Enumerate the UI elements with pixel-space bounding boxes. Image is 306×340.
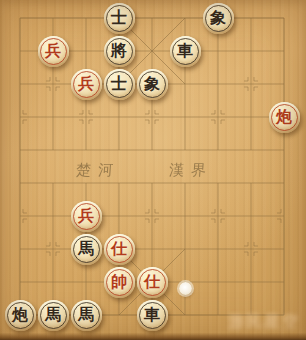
- piece-black-chariot[interactable]: 車: [170, 36, 201, 67]
- pieces-layer: 士象兵將車兵士象炮兵馬仕帥仕炮馬馬車: [0, 0, 306, 340]
- board-bottom-edge: [0, 333, 306, 340]
- piece-black-cannon[interactable]: 炮: [5, 300, 36, 331]
- piece-character: 炮: [5, 300, 36, 331]
- piece-character: 帥: [104, 267, 135, 298]
- piece-character: 車: [137, 300, 168, 331]
- piece-character: 兵: [38, 36, 69, 67]
- xiangqi-board[interactable]: 楚河 漢界 士象兵將車兵士象炮兵馬仕帥仕炮馬馬車 游民星空: [0, 0, 306, 340]
- piece-character: 象: [137, 69, 168, 100]
- piece-black-horse[interactable]: 馬: [38, 300, 69, 331]
- piece-character: 士: [104, 69, 135, 100]
- piece-black-advisor[interactable]: 士: [104, 69, 135, 100]
- piece-red-soldier[interactable]: 兵: [38, 36, 69, 67]
- piece-character: 炮: [269, 102, 300, 133]
- piece-black-general[interactable]: 將: [104, 36, 135, 67]
- piece-character: 士: [104, 3, 135, 34]
- piece-character: 車: [170, 36, 201, 67]
- piece-character: 仕: [137, 267, 168, 298]
- piece-red-soldier[interactable]: 兵: [71, 69, 102, 100]
- piece-character: 象: [203, 3, 234, 34]
- piece-red-advisor[interactable]: 仕: [104, 234, 135, 265]
- piece-black-elephant[interactable]: 象: [203, 3, 234, 34]
- piece-black-chariot[interactable]: 車: [137, 300, 168, 331]
- piece-character: 馬: [38, 300, 69, 331]
- piece-black-horse[interactable]: 馬: [71, 234, 102, 265]
- piece-character: 馬: [71, 234, 102, 265]
- piece-red-cannon[interactable]: 炮: [269, 102, 300, 133]
- piece-character: 馬: [71, 300, 102, 331]
- piece-black-advisor[interactable]: 士: [104, 3, 135, 34]
- piece-character: 仕: [104, 234, 135, 265]
- piece-red-soldier[interactable]: 兵: [71, 201, 102, 232]
- watermark: 游民星空: [228, 312, 300, 333]
- piece-red-advisor[interactable]: 仕: [137, 267, 168, 298]
- piece-character: 兵: [71, 69, 102, 100]
- piece-character: 兵: [71, 201, 102, 232]
- piece-red-general[interactable]: 帥: [104, 267, 135, 298]
- piece-character: 將: [104, 36, 135, 67]
- piece-black-elephant[interactable]: 象: [137, 69, 168, 100]
- piece-black-horse[interactable]: 馬: [71, 300, 102, 331]
